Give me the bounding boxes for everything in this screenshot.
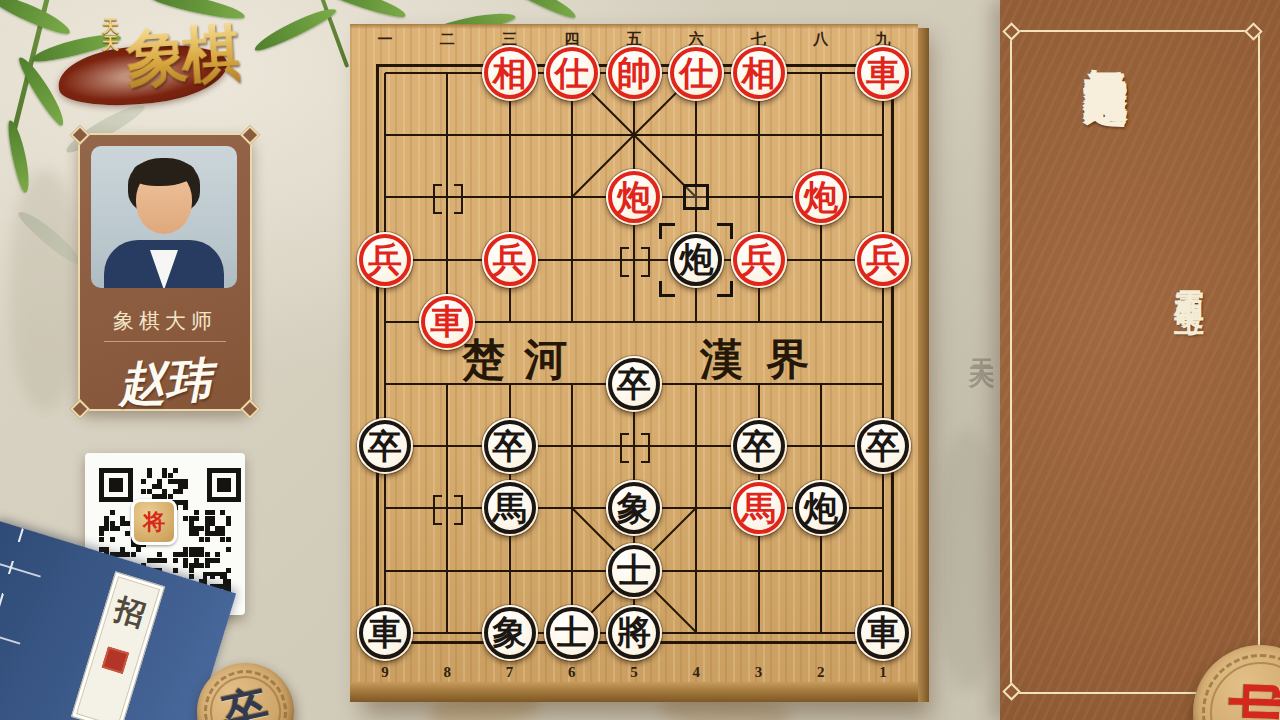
grid-line xyxy=(882,73,884,633)
qr-module xyxy=(226,516,231,521)
card-divider xyxy=(104,341,226,342)
qr-module xyxy=(189,531,194,536)
qr-module xyxy=(162,489,167,494)
master-name-signature: 赵玮 xyxy=(78,347,251,419)
qr-module xyxy=(205,510,210,515)
qr-module xyxy=(183,547,188,552)
piece-black-馬[interactable]: 馬 xyxy=(482,480,538,536)
book-label-char: 招 xyxy=(110,589,151,637)
qr-module xyxy=(157,552,162,557)
qr-module xyxy=(147,558,152,563)
piece-red-仕[interactable]: 仕 xyxy=(668,45,724,101)
piece-black-炮[interactable]: 炮 xyxy=(668,232,724,288)
qr-module xyxy=(120,516,125,521)
qr-module xyxy=(226,537,231,542)
qr-module xyxy=(173,468,178,473)
logo-main-text: 象棋 xyxy=(123,10,241,102)
file-label-bottom: 8 xyxy=(431,664,463,681)
qr-module xyxy=(205,526,210,531)
board-front-edge xyxy=(350,682,918,702)
file-label-top: 一 xyxy=(369,30,401,49)
board-right-edge xyxy=(918,28,929,702)
xiangqi-board[interactable]: 一二三四五六七八九 987654321 楚河 漢界 相仕帥仕相車炮炮兵兵炮兵兵車… xyxy=(350,24,930,704)
file-label-bottom: 7 xyxy=(494,664,526,681)
file-label-bottom: 3 xyxy=(743,664,775,681)
qr-module xyxy=(162,473,167,478)
piece-black-將[interactable]: 將 xyxy=(606,605,662,661)
qr-module xyxy=(194,547,199,552)
piece-black-象[interactable]: 象 xyxy=(482,605,538,661)
qr-module xyxy=(205,516,210,521)
file-label-bottom: 2 xyxy=(805,664,837,681)
qr-finder xyxy=(207,468,241,502)
qr-module xyxy=(215,526,220,531)
piece-black-卒[interactable]: 卒 xyxy=(357,418,413,474)
piece-red-兵[interactable]: 兵 xyxy=(482,232,538,288)
qr-module xyxy=(199,547,204,552)
qr-module xyxy=(104,526,109,531)
qr-module xyxy=(104,521,109,526)
qr-module xyxy=(147,489,152,494)
piece-black-卒[interactable]: 卒 xyxy=(855,418,911,474)
title-panel: 爱好者最头疼的布局套路之敢死马 霸王硬上弓 xyxy=(1000,0,1280,720)
piece-red-馬[interactable]: 馬 xyxy=(731,480,787,536)
piece-red-兵[interactable]: 兵 xyxy=(855,232,911,288)
qr-module xyxy=(99,531,104,536)
qr-module xyxy=(215,531,220,536)
file-label-bottom: 4 xyxy=(680,664,712,681)
qr-module xyxy=(205,563,210,568)
qr-module xyxy=(220,526,225,531)
qr-module xyxy=(173,489,178,494)
file-label-top: 二 xyxy=(431,30,463,49)
qr-module xyxy=(210,558,215,563)
qr-module xyxy=(194,552,199,557)
qr-module xyxy=(220,537,225,542)
qr-module xyxy=(168,479,173,484)
qr-module xyxy=(220,510,225,515)
file-label-top: 八 xyxy=(805,30,837,49)
qr-module xyxy=(183,552,188,557)
qr-module xyxy=(210,516,215,521)
qr-module xyxy=(178,489,183,494)
file-label-bottom: 6 xyxy=(556,664,588,681)
qr-module xyxy=(215,558,220,563)
qr-module xyxy=(120,521,125,526)
qr-module xyxy=(152,484,157,489)
qr-module xyxy=(178,479,183,484)
qr-module xyxy=(199,563,204,568)
qr-module xyxy=(189,521,194,526)
qr-module xyxy=(104,516,109,521)
qr-module xyxy=(178,500,183,505)
qr-module xyxy=(226,547,231,552)
piece-red-車[interactable]: 車 xyxy=(419,294,475,350)
file-label-bottom: 9 xyxy=(369,664,401,681)
qr-module xyxy=(215,552,220,557)
piece-black-士[interactable]: 士 xyxy=(544,605,600,661)
qr-module xyxy=(205,558,210,563)
move-origin-marker xyxy=(683,184,709,210)
qr-module xyxy=(120,547,125,552)
qr-module xyxy=(131,552,136,557)
qr-module xyxy=(125,521,130,526)
piece-red-炮[interactable]: 炮 xyxy=(793,169,849,225)
qr-module xyxy=(173,568,178,573)
qr-module xyxy=(136,547,141,552)
qr-module xyxy=(173,479,178,484)
qr-module xyxy=(189,516,194,521)
qr-module xyxy=(110,521,115,526)
qr-module xyxy=(205,537,210,542)
qr-module xyxy=(189,552,194,557)
qr-module xyxy=(183,563,188,568)
qr-module xyxy=(189,547,194,552)
grid-line xyxy=(384,73,386,633)
qr-module xyxy=(189,574,194,579)
watermark-text: 天天 xyxy=(964,338,999,350)
piece-red-仕[interactable]: 仕 xyxy=(544,45,600,101)
board-wood-surface[interactable]: 一二三四五六七八九 987654321 楚河 漢界 相仕帥仕相車炮炮兵兵炮兵兵車… xyxy=(350,24,918,702)
piece-black-卒[interactable]: 卒 xyxy=(482,418,538,474)
qr-module xyxy=(189,563,194,568)
qr-module xyxy=(189,568,194,573)
qr-module xyxy=(173,558,178,563)
qr-finder xyxy=(99,468,133,502)
qr-module xyxy=(178,552,183,557)
book-label: 招 xyxy=(71,571,165,720)
file-label-bottom: 1 xyxy=(867,664,899,681)
qr-module xyxy=(199,552,204,557)
episode-subtitle: 霸王硬上弓 xyxy=(1168,266,1209,476)
qr-module xyxy=(110,526,115,531)
piece-black-卒[interactable]: 卒 xyxy=(606,356,662,412)
qr-module xyxy=(147,473,152,478)
qr-module xyxy=(194,526,199,531)
grid-line xyxy=(446,384,448,633)
qr-module xyxy=(194,563,199,568)
qr-module xyxy=(141,489,146,494)
qr-module xyxy=(183,558,188,563)
qr-module xyxy=(162,558,167,563)
decor-general-char: 帅 xyxy=(1216,679,1280,720)
board-grid[interactable]: 相仕帥仕相車炮炮兵兵炮兵兵車卒卒卒卒卒馬象馬炮士車象士將車 xyxy=(385,73,883,633)
qr-module xyxy=(210,521,215,526)
qr-module xyxy=(194,558,199,563)
qr-module xyxy=(210,531,215,536)
qr-module xyxy=(199,537,204,542)
piece-red-炮[interactable]: 炮 xyxy=(606,169,662,225)
qr-module xyxy=(183,500,188,505)
screenshot-root: 天天 天天 象棋 象棋大师 赵玮 xyxy=(0,0,1280,720)
wall-smudge xyxy=(938,430,998,690)
grid-line xyxy=(446,73,448,322)
qr-module xyxy=(210,510,215,515)
qr-module xyxy=(226,521,231,526)
qr-module xyxy=(168,473,173,478)
qr-module xyxy=(157,479,162,484)
qr-module xyxy=(189,526,194,531)
app-logo: 天天 象棋 xyxy=(18,6,238,116)
qr-module xyxy=(125,552,130,557)
qr-module xyxy=(194,516,199,521)
episode-title: 爱好者最头疼的布局套路之敢死马 xyxy=(1076,34,1135,704)
panel-border-frame xyxy=(1010,30,1260,694)
qr-module xyxy=(147,468,152,473)
piece-red-相[interactable]: 相 xyxy=(731,45,787,101)
qr-module xyxy=(194,510,199,515)
wall-smudge xyxy=(10,170,80,410)
qr-module xyxy=(115,526,120,531)
qr-module xyxy=(110,510,115,515)
qr-module xyxy=(205,521,210,526)
piece-black-象[interactable]: 象 xyxy=(606,480,662,536)
qr-module xyxy=(194,531,199,536)
master-photo xyxy=(91,146,237,288)
qr-module xyxy=(205,552,210,557)
master-card: 象棋大师 赵玮 xyxy=(78,133,252,411)
piece-black-士[interactable]: 士 xyxy=(606,543,662,599)
qr-icon-char: 将 xyxy=(143,507,165,537)
qr-module xyxy=(157,484,162,489)
piece-red-相[interactable]: 相 xyxy=(482,45,538,101)
piece-red-兵[interactable]: 兵 xyxy=(731,232,787,288)
qr-module xyxy=(120,552,125,557)
qr-module xyxy=(110,537,115,542)
piece-black-車[interactable]: 車 xyxy=(357,605,413,661)
qr-module xyxy=(152,558,157,563)
qr-module xyxy=(157,558,162,563)
qr-module xyxy=(125,531,130,536)
qr-module xyxy=(183,516,188,521)
qr-module xyxy=(183,484,188,489)
piece-black-卒[interactable]: 卒 xyxy=(731,418,787,474)
piece-red-車[interactable]: 車 xyxy=(855,45,911,101)
qr-module xyxy=(104,547,109,552)
piece-red-兵[interactable]: 兵 xyxy=(357,232,413,288)
piece-black-炮[interactable]: 炮 xyxy=(793,480,849,536)
piece-red-帥[interactable]: 帥 xyxy=(606,45,662,101)
qr-module xyxy=(141,479,146,484)
book-red-seal xyxy=(102,646,129,673)
qr-module xyxy=(220,531,225,536)
qr-module xyxy=(173,552,178,557)
qr-module xyxy=(205,531,210,536)
qr-module xyxy=(183,505,188,510)
file-label-bottom: 5 xyxy=(618,664,650,681)
qr-module xyxy=(178,484,183,489)
qr-center-app-icon: 将 xyxy=(131,499,177,545)
qr-module xyxy=(199,526,204,531)
master-title: 象棋大师 xyxy=(80,307,250,335)
piece-black-車[interactable]: 車 xyxy=(855,605,911,661)
qr-module xyxy=(99,537,104,542)
qr-module xyxy=(183,479,188,484)
qr-module xyxy=(162,468,167,473)
qr-module xyxy=(99,526,104,531)
